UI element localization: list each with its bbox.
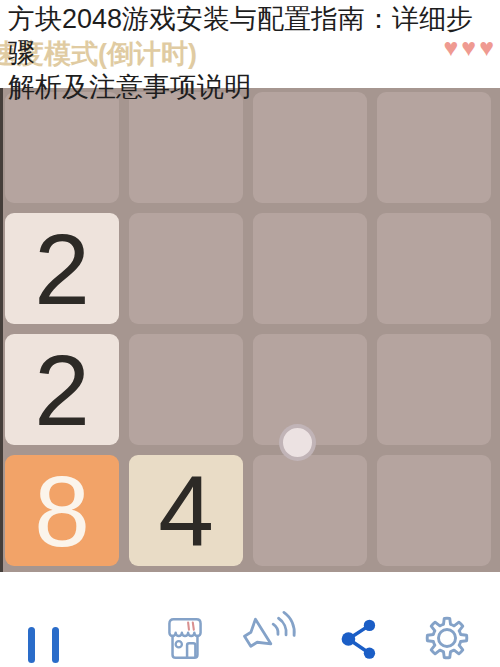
board-grid: 2284 bbox=[0, 88, 500, 572]
cell-empty bbox=[5, 92, 119, 203]
cell-empty bbox=[377, 455, 491, 566]
board-left-edge bbox=[0, 88, 3, 572]
cell-empty bbox=[377, 334, 491, 445]
app-screen: 速度模式(倒计时) 方块2048游戏安装与配置指南：详细步骤 解析及注意事项说明… bbox=[0, 0, 500, 667]
cell-empty bbox=[129, 334, 243, 445]
cell-empty bbox=[129, 92, 243, 203]
page-title-line1: 方块2048游戏安装与配置指南：详细步骤 bbox=[8, 2, 498, 70]
tile-2: 2 bbox=[5, 213, 119, 324]
cell-empty bbox=[377, 213, 491, 324]
page-title-line2: 解析及注意事项说明 bbox=[8, 70, 498, 104]
settings-button[interactable] bbox=[422, 613, 472, 663]
lives-hearts: ♥♥♥ bbox=[443, 35, 497, 60]
shop-icon bbox=[162, 610, 208, 664]
cell-empty bbox=[253, 92, 367, 203]
tile-8: 8 bbox=[5, 455, 119, 566]
share-icon bbox=[339, 615, 381, 662]
tile-4: 4 bbox=[129, 455, 243, 566]
speaker-icon bbox=[242, 608, 300, 664]
settings-gear-icon bbox=[422, 613, 472, 663]
shop-button[interactable] bbox=[162, 610, 208, 664]
sound-button[interactable] bbox=[242, 608, 300, 664]
pause-button[interactable] bbox=[26, 625, 66, 665]
cell-empty bbox=[253, 455, 367, 566]
share-button[interactable] bbox=[339, 615, 381, 662]
cell-empty bbox=[253, 213, 367, 324]
touch-indicator bbox=[279, 424, 316, 461]
toolbar bbox=[0, 605, 500, 667]
header: 速度模式(倒计时) 方块2048游戏安装与配置指南：详细步骤 解析及注意事项说明… bbox=[0, 0, 500, 88]
tile-2: 2 bbox=[5, 334, 119, 445]
cell-empty bbox=[377, 92, 491, 203]
game-board[interactable]: 2284 bbox=[0, 88, 500, 572]
page-title: 方块2048游戏安装与配置指南：详细步骤 解析及注意事项说明 bbox=[8, 2, 498, 104]
cell-empty bbox=[129, 213, 243, 324]
